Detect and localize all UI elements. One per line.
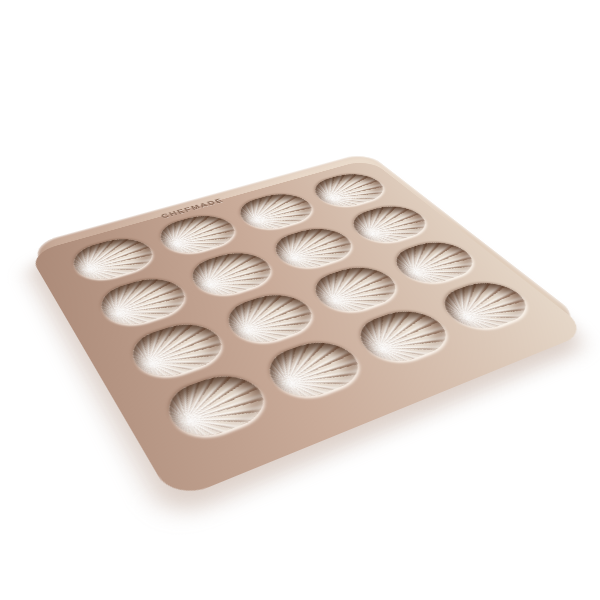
madeleine-pan: CHEFMADE <box>31 152 584 484</box>
cavity-grid <box>31 152 584 484</box>
photo-background: CHEFMADE <box>0 0 600 600</box>
madeleine-cavity <box>348 304 459 369</box>
